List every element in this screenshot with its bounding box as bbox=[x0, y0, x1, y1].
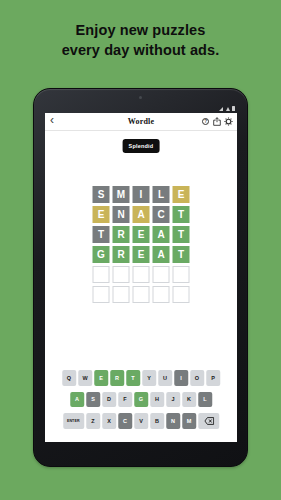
key-k[interactable]: K bbox=[182, 392, 196, 408]
app-bar-actions: ? bbox=[202, 113, 233, 130]
tile-r4c1: G bbox=[93, 246, 110, 263]
key-z[interactable]: Z bbox=[86, 413, 100, 429]
result-toast: Splendid bbox=[123, 139, 160, 153]
tile-r2c2: N bbox=[113, 206, 130, 223]
tile-r6c1 bbox=[93, 286, 110, 303]
settings-icon[interactable] bbox=[224, 117, 233, 126]
wifi-icon bbox=[226, 107, 230, 111]
tile-r6c3 bbox=[133, 286, 150, 303]
tile-r6c5 bbox=[173, 286, 190, 303]
tile-r2c4: C bbox=[153, 206, 170, 223]
key-m[interactable]: M bbox=[182, 413, 196, 429]
battery-icon bbox=[232, 106, 235, 111]
front-camera-dot bbox=[139, 96, 142, 99]
on-screen-keyboard: QWERTYUIOPASDFGHJKLENTERZXCVBNM bbox=[62, 370, 220, 429]
tile-r6c4 bbox=[153, 286, 170, 303]
tile-r2c1: E bbox=[93, 206, 110, 223]
tile-r5c4 bbox=[153, 266, 170, 283]
key-d[interactable]: D bbox=[102, 392, 116, 408]
tile-r3c1: T bbox=[93, 226, 110, 243]
key-f[interactable]: F bbox=[118, 392, 132, 408]
key-backspace[interactable] bbox=[198, 413, 219, 429]
keyboard-row: QWERTYUIOP bbox=[62, 370, 220, 386]
key-q[interactable]: Q bbox=[62, 370, 76, 386]
app-bar: ‹ Wordle ? bbox=[45, 113, 237, 131]
promo-caption: Enjoy new puzzles every day without ads. bbox=[0, 21, 281, 60]
tile-r4c5: T bbox=[173, 246, 190, 263]
tile-r2c3: A bbox=[133, 206, 150, 223]
help-icon[interactable]: ? bbox=[202, 118, 209, 125]
back-button[interactable]: ‹ bbox=[50, 113, 54, 128]
tile-r5c5 bbox=[173, 266, 190, 283]
key-i[interactable]: I bbox=[174, 370, 188, 386]
keyboard-row: ENTERZXCVBNM bbox=[63, 413, 220, 429]
key-y[interactable]: Y bbox=[142, 370, 156, 386]
tile-r6c2 bbox=[113, 286, 130, 303]
key-g[interactable]: G bbox=[134, 392, 148, 408]
tile-r1c2: M bbox=[113, 186, 130, 203]
key-l[interactable]: L bbox=[198, 392, 212, 408]
key-r[interactable]: R bbox=[110, 370, 124, 386]
tile-r3c3: E bbox=[133, 226, 150, 243]
tile-r1c1: S bbox=[93, 186, 110, 203]
tile-r1c5: E bbox=[173, 186, 190, 203]
key-n[interactable]: N bbox=[166, 413, 180, 429]
tile-r1c3: I bbox=[133, 186, 150, 203]
tablet-frame: ‹ Wordle ? bbox=[33, 88, 248, 467]
app-store-screenshot: { "game": "Wordle", "caption": { "line1"… bbox=[0, 0, 281, 500]
key-c[interactable]: C bbox=[118, 413, 132, 429]
signal-icon bbox=[219, 107, 223, 111]
key-b[interactable]: B bbox=[150, 413, 164, 429]
wordle-grid: SMILEENACTTREATGREAT bbox=[93, 186, 190, 303]
key-s[interactable]: S bbox=[86, 392, 100, 408]
tile-r5c1 bbox=[93, 266, 110, 283]
tile-r3c5: T bbox=[173, 226, 190, 243]
key-t[interactable]: T bbox=[126, 370, 140, 386]
status-bar bbox=[219, 106, 235, 111]
tile-r2c5: T bbox=[173, 206, 190, 223]
keyboard-row: ASDFGHJKL bbox=[70, 392, 212, 408]
app-screen: ‹ Wordle ? bbox=[45, 113, 237, 442]
key-enter[interactable]: ENTER bbox=[63, 413, 84, 429]
tile-r1c4: L bbox=[153, 186, 170, 203]
key-w[interactable]: W bbox=[78, 370, 92, 386]
promo-caption-line1: Enjoy new puzzles bbox=[0, 21, 281, 41]
share-icon[interactable] bbox=[213, 117, 221, 126]
tile-r5c3 bbox=[133, 266, 150, 283]
key-e[interactable]: E bbox=[94, 370, 108, 386]
backspace-icon bbox=[204, 417, 214, 425]
tile-r5c2 bbox=[113, 266, 130, 283]
key-o[interactable]: O bbox=[190, 370, 204, 386]
key-u[interactable]: U bbox=[158, 370, 172, 386]
promo-caption-line2: every day without ads. bbox=[0, 41, 281, 61]
tile-r4c4: A bbox=[153, 246, 170, 263]
tile-r3c2: R bbox=[113, 226, 130, 243]
key-a[interactable]: A bbox=[70, 392, 84, 408]
key-v[interactable]: V bbox=[134, 413, 148, 429]
key-x[interactable]: X bbox=[102, 413, 116, 429]
key-p[interactable]: P bbox=[206, 370, 220, 386]
tile-r3c4: A bbox=[153, 226, 170, 243]
key-j[interactable]: J bbox=[166, 392, 180, 408]
tile-r4c3: E bbox=[133, 246, 150, 263]
tile-r4c2: R bbox=[113, 246, 130, 263]
key-h[interactable]: H bbox=[150, 392, 164, 408]
